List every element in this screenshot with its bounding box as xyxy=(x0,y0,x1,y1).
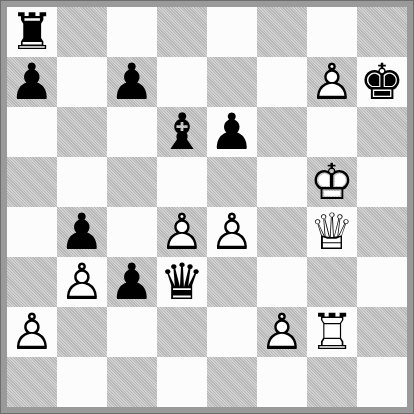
square-g2[interactable]: ♜♖ xyxy=(307,307,357,357)
square-c4[interactable] xyxy=(107,207,157,257)
piece-outline-glyph: ♙ xyxy=(207,207,257,257)
piece-outline-glyph: ♖ xyxy=(307,307,357,357)
piece-outline-glyph: ♙ xyxy=(157,207,207,257)
square-d4[interactable]: ♟♙ xyxy=(157,207,207,257)
square-g6[interactable] xyxy=(307,107,357,157)
piece-black-rook-a8[interactable]: ♜ xyxy=(7,7,57,57)
square-b3[interactable]: ♟♙ xyxy=(57,257,107,307)
square-e8[interactable] xyxy=(207,7,257,57)
square-f7[interactable] xyxy=(257,57,307,107)
piece-white-pawn-d4[interactable]: ♟♙ xyxy=(157,207,207,257)
square-c8[interactable] xyxy=(107,7,157,57)
square-f2[interactable]: ♟♙ xyxy=(257,307,307,357)
square-b7[interactable] xyxy=(57,57,107,107)
piece-white-pawn-a2[interactable]: ♟♙ xyxy=(7,307,57,357)
square-c2[interactable] xyxy=(107,307,157,357)
square-h6[interactable] xyxy=(357,107,407,157)
square-a8[interactable]: ♜ xyxy=(7,7,57,57)
square-h5[interactable] xyxy=(357,157,407,207)
square-f6[interactable] xyxy=(257,107,307,157)
piece-black-pawn-c3[interactable]: ♟ xyxy=(107,257,157,307)
piece-white-pawn-f2[interactable]: ♟♙ xyxy=(257,307,307,357)
piece-black-pawn-e6[interactable]: ♟ xyxy=(207,107,257,157)
piece-black-king-h7[interactable]: ♚ xyxy=(357,57,407,107)
square-h7[interactable]: ♚ xyxy=(357,57,407,107)
piece-outline-glyph: ♕ xyxy=(307,207,357,257)
chess-board: ♜♟♟♟♙♚♝♟♚♔♟♟♙♟♙♛♕♟♙♟♛♟♙♟♙♜♖ xyxy=(7,7,407,407)
square-h2[interactable] xyxy=(357,307,407,357)
square-h4[interactable] xyxy=(357,207,407,257)
square-b5[interactable] xyxy=(57,157,107,207)
square-e2[interactable] xyxy=(207,307,257,357)
square-d6[interactable]: ♝ xyxy=(157,107,207,157)
piece-outline-glyph: ♙ xyxy=(307,57,357,107)
square-f5[interactable] xyxy=(257,157,307,207)
square-e6[interactable]: ♟ xyxy=(207,107,257,157)
square-d3[interactable]: ♛ xyxy=(157,257,207,307)
square-c3[interactable]: ♟ xyxy=(107,257,157,307)
piece-black-queen-d3[interactable]: ♛ xyxy=(157,257,207,307)
square-e7[interactable] xyxy=(207,57,257,107)
square-b8[interactable] xyxy=(57,7,107,57)
square-g8[interactable] xyxy=(307,7,357,57)
square-d8[interactable] xyxy=(157,7,207,57)
square-c1[interactable] xyxy=(107,357,157,407)
square-f3[interactable] xyxy=(257,257,307,307)
square-b2[interactable] xyxy=(57,307,107,357)
square-g4[interactable]: ♛♕ xyxy=(307,207,357,257)
piece-outline-glyph: ♙ xyxy=(257,307,307,357)
square-c6[interactable] xyxy=(107,107,157,157)
square-d2[interactable] xyxy=(157,307,207,357)
square-g3[interactable] xyxy=(307,257,357,307)
piece-white-king-g5[interactable]: ♚♔ xyxy=(307,157,357,207)
square-e4[interactable]: ♟♙ xyxy=(207,207,257,257)
piece-white-queen-g4[interactable]: ♛♕ xyxy=(307,207,357,257)
piece-black-pawn-b4[interactable]: ♟ xyxy=(57,207,107,257)
piece-white-pawn-e4[interactable]: ♟♙ xyxy=(207,207,257,257)
square-d1[interactable] xyxy=(157,357,207,407)
square-f8[interactable] xyxy=(257,7,307,57)
piece-outline-glyph: ♙ xyxy=(57,257,107,307)
square-g5[interactable]: ♚♔ xyxy=(307,157,357,207)
square-a1[interactable] xyxy=(7,357,57,407)
square-a3[interactable] xyxy=(7,257,57,307)
square-g1[interactable] xyxy=(307,357,357,407)
square-h1[interactable] xyxy=(357,357,407,407)
chess-board-frame: ♜♟♟♟♙♚♝♟♚♔♟♟♙♟♙♛♕♟♙♟♛♟♙♟♙♜♖ xyxy=(0,0,414,414)
square-a2[interactable]: ♟♙ xyxy=(7,307,57,357)
square-a5[interactable] xyxy=(7,157,57,207)
square-g7[interactable]: ♟♙ xyxy=(307,57,357,107)
square-e1[interactable] xyxy=(207,357,257,407)
piece-outline-glyph: ♔ xyxy=(307,157,357,207)
square-a4[interactable] xyxy=(7,207,57,257)
square-b6[interactable] xyxy=(57,107,107,157)
square-b1[interactable] xyxy=(57,357,107,407)
square-e3[interactable] xyxy=(207,257,257,307)
square-e5[interactable] xyxy=(207,157,257,207)
square-b4[interactable]: ♟ xyxy=(57,207,107,257)
square-a7[interactable]: ♟ xyxy=(7,57,57,107)
piece-white-pawn-g7[interactable]: ♟♙ xyxy=(307,57,357,107)
piece-white-rook-g2[interactable]: ♜♖ xyxy=(307,307,357,357)
piece-black-pawn-a7[interactable]: ♟ xyxy=(7,57,57,107)
square-h8[interactable] xyxy=(357,7,407,57)
piece-black-bishop-d6[interactable]: ♝ xyxy=(157,107,207,157)
square-h3[interactable] xyxy=(357,257,407,307)
square-f4[interactable] xyxy=(257,207,307,257)
square-d5[interactable] xyxy=(157,157,207,207)
square-c7[interactable]: ♟ xyxy=(107,57,157,107)
piece-white-pawn-b3[interactable]: ♟♙ xyxy=(57,257,107,307)
square-f1[interactable] xyxy=(257,357,307,407)
square-a6[interactable] xyxy=(7,107,57,157)
square-d7[interactable] xyxy=(157,57,207,107)
square-c5[interactable] xyxy=(107,157,157,207)
piece-outline-glyph: ♙ xyxy=(7,307,57,357)
piece-black-pawn-c7[interactable]: ♟ xyxy=(107,57,157,107)
